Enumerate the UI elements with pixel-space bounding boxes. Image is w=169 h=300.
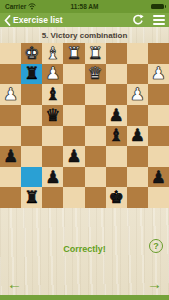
square-d1[interactable]: ♜ <box>85 43 106 64</box>
square-e1[interactable]: ♜ <box>63 43 84 64</box>
exercise-title: 5. Victory combination <box>42 31 128 40</box>
feedback-message: Correctly! <box>0 244 169 254</box>
square-b7[interactable] <box>127 167 148 188</box>
square-f8[interactable] <box>42 187 63 208</box>
piece-black-pawn: ♟ <box>109 106 124 123</box>
square-b6[interactable] <box>127 146 148 167</box>
square-h7[interactable] <box>0 167 21 188</box>
piece-white-pawn: ♟ <box>3 86 18 103</box>
back-chevron-icon <box>4 15 11 26</box>
piece-white-rook: ♜ <box>87 44 102 61</box>
piece-black-pawn: ♟ <box>45 168 60 185</box>
square-a1[interactable] <box>148 43 169 64</box>
piece-white-pawn: ♟ <box>45 65 60 82</box>
square-g4[interactable] <box>21 105 42 126</box>
square-b2[interactable] <box>127 64 148 85</box>
square-c2[interactable] <box>106 64 127 85</box>
square-c6[interactable] <box>106 146 127 167</box>
battery-icon <box>151 4 164 9</box>
square-a7[interactable]: ♟ <box>148 167 169 188</box>
square-d3[interactable] <box>85 84 106 105</box>
previous-move-arrow[interactable]: ← <box>7 276 22 291</box>
square-c3[interactable] <box>106 84 127 105</box>
carrier-label: Carrier <box>5 3 26 10</box>
next-move-arrow[interactable]: → <box>147 276 162 291</box>
square-a4[interactable] <box>148 105 169 126</box>
piece-black-pawn: ♟ <box>66 147 81 164</box>
piece-black-pawn: ♟ <box>3 147 18 164</box>
square-e7[interactable] <box>63 167 84 188</box>
square-e6[interactable]: ♟ <box>63 146 84 167</box>
refresh-icon[interactable] <box>132 14 144 26</box>
square-g7[interactable] <box>21 167 42 188</box>
square-d8[interactable] <box>85 187 106 208</box>
piece-white-pawn: ♟ <box>130 86 145 103</box>
help-button[interactable]: ? <box>149 239 163 253</box>
square-h3[interactable]: ♟ <box>0 84 21 105</box>
app-screen: Carrier 11:58 AM Exercise list <box>0 0 169 300</box>
square-d2[interactable]: ♛ <box>85 64 106 85</box>
menu-icon[interactable] <box>153 15 165 25</box>
square-e5[interactable] <box>63 126 84 147</box>
square-c7[interactable] <box>106 167 127 188</box>
piece-white-bishop: ♝ <box>45 44 60 61</box>
back-button[interactable]: Exercise list <box>4 15 63 26</box>
square-a2[interactable]: ♟ <box>148 64 169 85</box>
square-g2[interactable]: ♜ <box>21 64 42 85</box>
square-b4[interactable] <box>127 105 148 126</box>
square-f5[interactable] <box>42 126 63 147</box>
square-g8[interactable]: ♜ <box>21 187 42 208</box>
chessboard: ♚♝♜♜♜♟♛♟♟♝♟♛♟♝♟♟♟♟♟♜♚ <box>0 43 169 208</box>
square-a5[interactable] <box>148 126 169 147</box>
piece-black-pawn: ♟ <box>151 168 166 185</box>
square-c8[interactable]: ♚ <box>106 187 127 208</box>
piece-black-bishop: ♝ <box>109 127 124 144</box>
square-c1[interactable] <box>106 43 127 64</box>
piece-white-king: ♚ <box>24 44 39 61</box>
square-c5[interactable]: ♝ <box>106 126 127 147</box>
square-f3[interactable]: ♝ <box>42 84 63 105</box>
piece-black-queen: ♛ <box>45 106 60 123</box>
square-h1[interactable] <box>0 43 21 64</box>
square-d5[interactable] <box>85 126 106 147</box>
square-e3[interactable] <box>63 84 84 105</box>
wifi-icon <box>28 3 36 10</box>
bottom-bar <box>0 295 169 300</box>
piece-black-king: ♚ <box>109 189 124 206</box>
title-strip: 5. Victory combination <box>0 27 169 43</box>
square-e2[interactable] <box>63 64 84 85</box>
square-b8[interactable] <box>127 187 148 208</box>
square-h4[interactable] <box>0 105 21 126</box>
piece-black-rook: ♜ <box>24 189 39 206</box>
back-label: Exercise list <box>13 15 63 25</box>
square-h5[interactable] <box>0 126 21 147</box>
square-g3[interactable] <box>21 84 42 105</box>
square-f7[interactable]: ♟ <box>42 167 63 188</box>
square-e8[interactable] <box>63 187 84 208</box>
square-h8[interactable] <box>0 187 21 208</box>
square-b5[interactable]: ♟ <box>127 126 148 147</box>
bottom-panel: Correctly! ? ← → <box>0 208 169 300</box>
status-bar: Carrier 11:58 AM <box>0 0 169 13</box>
piece-black-bishop: ♝ <box>45 86 60 103</box>
square-g6[interactable] <box>21 146 42 167</box>
square-a6[interactable] <box>148 146 169 167</box>
square-a8[interactable] <box>148 187 169 208</box>
square-e4[interactable] <box>63 105 84 126</box>
piece-white-rook: ♜ <box>66 44 81 61</box>
piece-white-pawn: ♟ <box>151 65 166 82</box>
square-f6[interactable] <box>42 146 63 167</box>
square-b1[interactable] <box>127 43 148 64</box>
square-f2[interactable]: ♟ <box>42 64 63 85</box>
square-h6[interactable]: ♟ <box>0 146 21 167</box>
square-d6[interactable] <box>85 146 106 167</box>
piece-black-pawn: ♟ <box>130 127 145 144</box>
square-c4[interactable]: ♟ <box>106 105 127 126</box>
piece-white-queen: ♛ <box>87 65 102 82</box>
square-f1[interactable]: ♝ <box>42 43 63 64</box>
square-h2[interactable] <box>0 64 21 85</box>
square-a3[interactable] <box>148 84 169 105</box>
clock: 11:58 AM <box>71 3 99 10</box>
piece-black-rook: ♜ <box>24 65 39 82</box>
square-d4[interactable] <box>85 105 106 126</box>
square-d7[interactable] <box>85 167 106 188</box>
square-g1[interactable]: ♚ <box>21 43 42 64</box>
square-g5[interactable] <box>21 126 42 147</box>
navigation-bar: Exercise list <box>0 13 169 27</box>
square-f4[interactable]: ♛ <box>42 105 63 126</box>
square-b3[interactable]: ♟ <box>127 84 148 105</box>
